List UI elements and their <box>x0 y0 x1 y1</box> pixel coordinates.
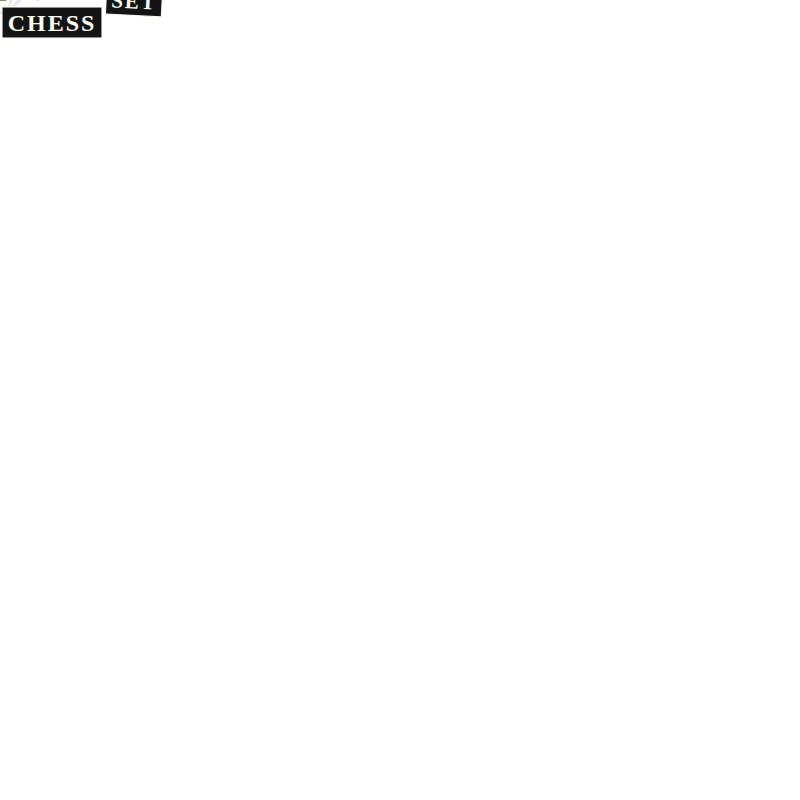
chessboard-scene: AABBCCDDEEFFGGHH1122334455667788SPECIALI… <box>0 0 800 800</box>
piece-white-rook-h1[interactable]: ♜ <box>0 0 7 4</box>
brand-subtitle: SET <box>111 0 158 15</box>
brand-title: CHESS <box>8 10 97 36</box>
piece-glyph: ♜ <box>0 0 7 4</box>
chess-set-product-photo: AABBCCDDEEFFGGHH1122334455667788SPECIALI… <box>0 0 800 800</box>
brand-tagline: SPECIALITY <box>0 0 98 3</box>
